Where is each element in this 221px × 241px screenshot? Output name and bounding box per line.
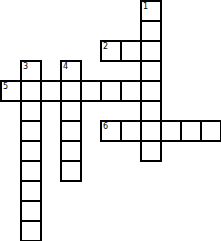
crossword-cell-r11c1[interactable] bbox=[20, 220, 42, 241]
crossword-cell-r6c10[interactable] bbox=[200, 120, 221, 142]
crossword-cell-r4c4[interactable] bbox=[80, 80, 102, 102]
crossword-cell-r6c9[interactable] bbox=[180, 120, 202, 142]
crossword-cell-r4c6[interactable] bbox=[120, 80, 142, 102]
crossword-cell-r3c1[interactable]: 3 bbox=[20, 60, 42, 82]
crossword-cell-r4c3[interactable] bbox=[60, 80, 82, 102]
crossword-cell-r5c3[interactable] bbox=[60, 100, 82, 122]
crossword-cell-r0c7[interactable]: 1 bbox=[140, 0, 162, 22]
crossword-cell-r6c5[interactable]: 6 bbox=[100, 120, 122, 142]
crossword-cell-r7c3[interactable] bbox=[60, 140, 82, 162]
crossword-cell-r4c1[interactable] bbox=[20, 80, 42, 102]
clue-number-3: 3 bbox=[23, 62, 28, 71]
crossword-cell-r10c1[interactable] bbox=[20, 200, 42, 222]
crossword-cell-r4c2[interactable] bbox=[40, 80, 62, 102]
crossword-cell-r7c7[interactable] bbox=[140, 140, 162, 162]
clue-number-4: 4 bbox=[63, 62, 68, 71]
crossword-cell-r6c7[interactable] bbox=[140, 120, 162, 142]
crossword-cell-r4c5[interactable] bbox=[100, 80, 122, 102]
crossword-cell-r8c1[interactable] bbox=[20, 160, 42, 182]
crossword-cell-r3c3[interactable]: 4 bbox=[60, 60, 82, 82]
crossword-cell-r3c7[interactable] bbox=[140, 60, 162, 82]
crossword-cell-r6c3[interactable] bbox=[60, 120, 82, 142]
crossword-board: 123456 bbox=[0, 0, 221, 241]
crossword-cell-r6c8[interactable] bbox=[160, 120, 182, 142]
clue-number-1: 1 bbox=[143, 2, 148, 11]
crossword-cell-r2c6[interactable] bbox=[120, 40, 142, 62]
crossword-cell-r4c0[interactable]: 5 bbox=[0, 80, 22, 102]
crossword-cell-r2c7[interactable] bbox=[140, 40, 162, 62]
crossword-cell-r7c1[interactable] bbox=[20, 140, 42, 162]
crossword-cell-r1c7[interactable] bbox=[140, 20, 162, 42]
crossword-cell-r6c1[interactable] bbox=[20, 120, 42, 142]
clue-number-5: 5 bbox=[3, 82, 8, 91]
clue-number-2: 2 bbox=[103, 42, 108, 51]
clue-number-6: 6 bbox=[103, 122, 108, 131]
crossword-cell-r5c7[interactable] bbox=[140, 100, 162, 122]
crossword-cell-r6c6[interactable] bbox=[120, 120, 142, 142]
crossword-cell-r9c1[interactable] bbox=[20, 180, 42, 202]
crossword-cell-r4c7[interactable] bbox=[140, 80, 162, 102]
crossword-cell-r2c5[interactable]: 2 bbox=[100, 40, 122, 62]
crossword-cell-r5c1[interactable] bbox=[20, 100, 42, 122]
crossword-cell-r8c3[interactable] bbox=[60, 160, 82, 182]
